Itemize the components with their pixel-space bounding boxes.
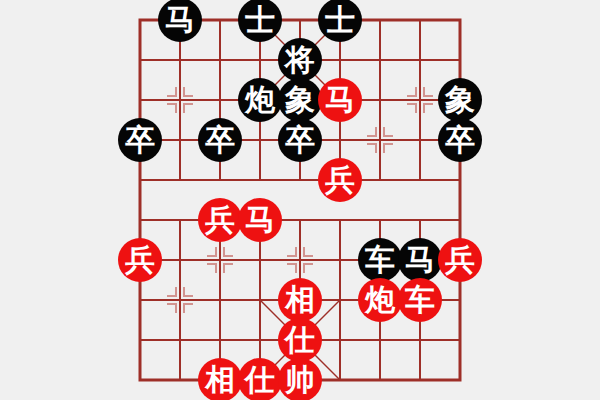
board-point-f3-r2[interactable] [200, 40, 240, 80]
board-point-f4-r5[interactable] [240, 160, 280, 200]
board-point-f5-r6[interactable] [280, 200, 320, 240]
board-point-f8-r10[interactable] [400, 360, 440, 400]
board-point-f6-r6[interactable] [320, 200, 360, 240]
board-point-f6-r2[interactable] [320, 40, 360, 80]
piece-black-soldier[interactable]: 卒 [198, 118, 242, 162]
board-point-f3-r1[interactable] [200, 0, 240, 40]
board-point-f1-r1[interactable] [120, 0, 160, 40]
board-point-f2-r2[interactable] [160, 40, 200, 80]
piece-black-horse[interactable]: 马 [398, 238, 442, 282]
board-point-f8-r4[interactable] [400, 120, 440, 160]
board-point-f3-r10[interactable]: 相 [200, 360, 240, 400]
board-point-f7-r1[interactable] [360, 0, 400, 40]
board-point-f8-r5[interactable] [400, 160, 440, 200]
board-point-f7-r2[interactable] [360, 40, 400, 80]
piece-black-chariot[interactable]: 车 [358, 238, 402, 282]
piece-black-soldier[interactable]: 卒 [278, 118, 322, 162]
board-point-f1-r5[interactable] [120, 160, 160, 200]
board-point-f2-r7[interactable] [160, 240, 200, 280]
board-point-f6-r10[interactable] [320, 360, 360, 400]
board-point-f9-r10[interactable] [440, 360, 480, 400]
board-point-f7-r4[interactable] [360, 120, 400, 160]
board-point-f9-r8[interactable] [440, 280, 480, 320]
board-point-f5-r10[interactable]: 帅 [280, 360, 320, 400]
board-point-f7-r3[interactable] [360, 80, 400, 120]
piece-black-soldier[interactable]: 卒 [118, 118, 162, 162]
board-point-f2-r10[interactable] [160, 360, 200, 400]
board-point-f2-r6[interactable] [160, 200, 200, 240]
board-point-f9-r1[interactable] [440, 0, 480, 40]
piece-black-horse[interactable]: 马 [158, 0, 202, 42]
board-point-f7-r6[interactable] [360, 200, 400, 240]
board-point-f7-r10[interactable] [360, 360, 400, 400]
piece-black-advisor[interactable]: 士 [238, 0, 282, 42]
board-point-f1-r7[interactable]: 兵 [120, 240, 160, 280]
board-points-grid: 马士士将炮象马象卒卒卒卒兵兵马兵车马兵相炮车仕相仕帅 [120, 0, 480, 400]
piece-red-soldier[interactable]: 兵 [318, 158, 362, 202]
board-point-f8-r2[interactable] [400, 40, 440, 80]
board-point-f9-r9[interactable] [440, 320, 480, 360]
board-point-f2-r3[interactable] [160, 80, 200, 120]
piece-red-cannon[interactable]: 炮 [358, 278, 402, 322]
board-point-f6-r7[interactable] [320, 240, 360, 280]
board-point-f1-r9[interactable] [120, 320, 160, 360]
piece-red-elephant[interactable]: 相 [198, 358, 242, 400]
board-point-f6-r1[interactable]: 士 [320, 0, 360, 40]
board-point-f6-r8[interactable] [320, 280, 360, 320]
board-point-f8-r7[interactable]: 马 [400, 240, 440, 280]
board-point-f9-r6[interactable] [440, 200, 480, 240]
board-point-f9-r5[interactable] [440, 160, 480, 200]
board-point-f5-r1[interactable] [280, 0, 320, 40]
piece-black-elephant[interactable]: 象 [278, 78, 322, 122]
board-point-f3-r6[interactable]: 兵 [200, 200, 240, 240]
piece-red-advisor[interactable]: 仕 [278, 318, 322, 362]
piece-red-general[interactable]: 帅 [278, 358, 322, 400]
board-point-f6-r3[interactable]: 马 [320, 80, 360, 120]
board-point-f4-r1[interactable]: 士 [240, 0, 280, 40]
piece-black-general[interactable]: 将 [278, 38, 322, 82]
board-point-f7-r7[interactable]: 车 [360, 240, 400, 280]
board-point-f2-r5[interactable] [160, 160, 200, 200]
board-point-f7-r8[interactable]: 炮 [360, 280, 400, 320]
board-point-f9-r2[interactable] [440, 40, 480, 80]
board-point-f8-r6[interactable] [400, 200, 440, 240]
piece-red-elephant[interactable]: 相 [278, 278, 322, 322]
board-point-f4-r10[interactable]: 仕 [240, 360, 280, 400]
board-point-f1-r6[interactable] [120, 200, 160, 240]
board-point-f4-r2[interactable] [240, 40, 280, 80]
piece-red-horse[interactable]: 马 [238, 198, 282, 242]
board-point-f5-r8[interactable]: 相 [280, 280, 320, 320]
piece-red-soldier[interactable]: 兵 [118, 238, 162, 282]
board-point-f5-r5[interactable] [280, 160, 320, 200]
board-point-f1-r2[interactable] [120, 40, 160, 80]
board-point-f3-r5[interactable] [200, 160, 240, 200]
piece-black-elephant[interactable]: 象 [438, 78, 482, 122]
board-point-f6-r9[interactable] [320, 320, 360, 360]
board-point-f8-r8[interactable]: 车 [400, 280, 440, 320]
piece-red-chariot[interactable]: 车 [398, 278, 442, 322]
board-point-f7-r5[interactable] [360, 160, 400, 200]
board-point-f6-r4[interactable] [320, 120, 360, 160]
board-point-f4-r8[interactable] [240, 280, 280, 320]
board-point-f9-r7[interactable]: 兵 [440, 240, 480, 280]
board-point-f5-r3[interactable]: 象 [280, 80, 320, 120]
board-point-f3-r3[interactable] [200, 80, 240, 120]
piece-red-soldier[interactable]: 兵 [438, 238, 482, 282]
board-point-f1-r4[interactable]: 卒 [120, 120, 160, 160]
board-point-f5-r7[interactable] [280, 240, 320, 280]
board-point-f2-r8[interactable] [160, 280, 200, 320]
xiangqi-board: 马士士将炮象马象卒卒卒卒兵兵马兵车马兵相炮车仕相仕帅 [0, 0, 600, 400]
piece-red-soldier[interactable]: 兵 [198, 198, 242, 242]
board-point-f3-r7[interactable] [200, 240, 240, 280]
piece-red-horse[interactable]: 马 [318, 78, 362, 122]
board-point-f4-r6[interactable]: 马 [240, 200, 280, 240]
board-point-f6-r5[interactable]: 兵 [320, 160, 360, 200]
board-point-f2-r1[interactable]: 马 [160, 0, 200, 40]
board-point-f3-r8[interactable] [200, 280, 240, 320]
board-point-f9-r3[interactable]: 象 [440, 80, 480, 120]
board-point-f8-r1[interactable] [400, 0, 440, 40]
board-point-f7-r9[interactable] [360, 320, 400, 360]
board-point-f5-r2[interactable]: 将 [280, 40, 320, 80]
board-point-f4-r9[interactable] [240, 320, 280, 360]
piece-red-advisor[interactable]: 仕 [238, 358, 282, 400]
board-point-f2-r9[interactable] [160, 320, 200, 360]
board-point-f1-r8[interactable] [120, 280, 160, 320]
xiangqi-app-frame: 马士士将炮象马象卒卒卒卒兵兵马兵车马兵相炮车仕相仕帅 [0, 0, 600, 400]
board-point-f8-r3[interactable] [400, 80, 440, 120]
board-point-f1-r10[interactable] [120, 360, 160, 400]
board-point-f5-r4[interactable]: 卒 [280, 120, 320, 160]
board-point-f1-r3[interactable] [120, 80, 160, 120]
board-point-f4-r4[interactable] [240, 120, 280, 160]
board-point-f9-r4[interactable]: 卒 [440, 120, 480, 160]
board-point-f4-r7[interactable] [240, 240, 280, 280]
board-point-f3-r4[interactable]: 卒 [200, 120, 240, 160]
piece-black-advisor[interactable]: 士 [318, 0, 362, 42]
board-point-f8-r9[interactable] [400, 320, 440, 360]
board-point-f3-r9[interactable] [200, 320, 240, 360]
board-point-f2-r4[interactable] [160, 120, 200, 160]
board-point-f5-r9[interactable]: 仕 [280, 320, 320, 360]
board-point-f4-r3[interactable]: 炮 [240, 80, 280, 120]
piece-black-soldier[interactable]: 卒 [438, 118, 482, 162]
piece-black-cannon[interactable]: 炮 [238, 78, 282, 122]
